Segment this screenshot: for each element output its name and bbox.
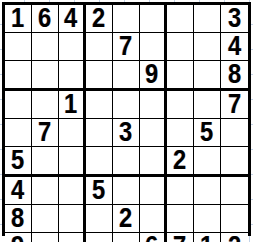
given-digit: 8 <box>11 205 24 232</box>
cell-r8c3[interactable] <box>59 205 86 233</box>
cell-r9c5[interactable] <box>113 233 140 242</box>
cell-r7c8[interactable] <box>194 177 221 205</box>
cell-r4c2[interactable] <box>32 91 59 119</box>
given-digit: 5 <box>200 119 213 146</box>
cell-r7c4[interactable]: 5 <box>86 177 113 205</box>
cell-r1c9[interactable]: 3 <box>221 5 248 33</box>
cell-r8c1[interactable]: 8 <box>5 205 32 233</box>
cell-r4c9[interactable]: 7 <box>221 91 248 119</box>
given-digit: 2 <box>228 233 241 242</box>
spreadsheet-background: 1642374981773552458296712 <box>0 0 253 242</box>
cell-r3c4[interactable] <box>86 61 113 91</box>
cell-r4c4[interactable] <box>86 91 113 119</box>
cell-r8c8[interactable] <box>194 205 221 233</box>
cell-r1c5[interactable] <box>113 5 140 33</box>
given-digit: 6 <box>38 5 51 32</box>
cell-r9c9[interactable]: 2 <box>221 233 248 242</box>
cell-r4c1[interactable] <box>5 91 32 119</box>
cell-r6c4[interactable] <box>86 147 113 177</box>
cell-r7c2[interactable] <box>32 177 59 205</box>
cell-r7c1[interactable]: 4 <box>5 177 32 205</box>
cell-r8c4[interactable] <box>86 205 113 233</box>
cell-r3c2[interactable] <box>32 61 59 91</box>
cell-r6c2[interactable] <box>32 147 59 177</box>
cell-r1c7[interactable] <box>167 5 194 33</box>
given-digit: 4 <box>228 33 241 60</box>
cell-r6c8[interactable] <box>194 147 221 177</box>
given-digit: 3 <box>228 5 241 32</box>
cell-r8c5[interactable]: 2 <box>113 205 140 233</box>
cell-r5c5[interactable]: 3 <box>113 119 140 147</box>
cell-r1c4[interactable]: 2 <box>86 5 113 33</box>
given-digit: 4 <box>11 177 24 204</box>
cell-r6c5[interactable] <box>113 147 140 177</box>
cell-r7c3[interactable] <box>59 177 86 205</box>
cell-r3c1[interactable] <box>5 61 32 91</box>
cell-r8c9[interactable] <box>221 205 248 233</box>
cell-r3c7[interactable] <box>167 61 194 91</box>
cell-r9c3[interactable] <box>59 233 86 242</box>
cell-r1c6[interactable] <box>140 5 167 33</box>
given-digit: 5 <box>92 177 105 204</box>
cell-r2c4[interactable] <box>86 33 113 61</box>
given-digit: 5 <box>11 147 24 174</box>
given-digit: 6 <box>145 233 158 242</box>
cell-r6c3[interactable] <box>59 147 86 177</box>
cell-r6c6[interactable] <box>140 147 167 177</box>
cell-r6c9[interactable] <box>221 147 248 177</box>
cell-r9c2[interactable] <box>32 233 59 242</box>
cell-r9c6[interactable]: 6 <box>140 233 167 242</box>
given-digit: 7 <box>173 233 186 242</box>
cell-r3c3[interactable] <box>59 61 86 91</box>
cell-r5c9[interactable] <box>221 119 248 147</box>
cell-r6c7[interactable]: 2 <box>167 147 194 177</box>
given-digit: 9 <box>145 61 158 88</box>
cell-r2c7[interactable] <box>167 33 194 61</box>
cell-r1c1[interactable]: 1 <box>5 5 32 33</box>
cell-r4c3[interactable]: 1 <box>59 91 86 119</box>
cell-r2c3[interactable] <box>59 33 86 61</box>
cell-r8c6[interactable] <box>140 205 167 233</box>
cell-r2c8[interactable] <box>194 33 221 61</box>
cell-r3c9[interactable]: 8 <box>221 61 248 91</box>
cell-r4c8[interactable] <box>194 91 221 119</box>
cell-r5c1[interactable] <box>5 119 32 147</box>
cell-r1c3[interactable]: 4 <box>59 5 86 33</box>
given-digit: 9 <box>11 233 24 242</box>
cell-r3c5[interactable] <box>113 61 140 91</box>
given-digit: 2 <box>173 147 186 174</box>
cell-r5c3[interactable] <box>59 119 86 147</box>
cell-r7c6[interactable] <box>140 177 167 205</box>
cell-r1c8[interactable] <box>194 5 221 33</box>
cell-r3c8[interactable] <box>194 61 221 91</box>
cell-r7c7[interactable] <box>167 177 194 205</box>
cell-r2c6[interactable] <box>140 33 167 61</box>
cell-r9c1[interactable]: 9 <box>5 233 32 242</box>
cell-r5c8[interactable]: 5 <box>194 119 221 147</box>
cell-r2c1[interactable] <box>5 33 32 61</box>
cell-r5c7[interactable] <box>167 119 194 147</box>
given-digit: 1 <box>64 91 77 118</box>
given-digit: 7 <box>38 119 51 146</box>
cell-r9c8[interactable]: 1 <box>194 233 221 242</box>
cell-r7c9[interactable] <box>221 177 248 205</box>
cell-r6c1[interactable]: 5 <box>5 147 32 177</box>
cell-r5c4[interactable] <box>86 119 113 147</box>
given-digit: 3 <box>119 119 132 146</box>
given-digit: 4 <box>64 5 77 32</box>
given-digit: 8 <box>228 61 241 88</box>
cell-r2c9[interactable]: 4 <box>221 33 248 61</box>
cell-r7c5[interactable] <box>113 177 140 205</box>
cell-r4c6[interactable] <box>140 91 167 119</box>
cell-r5c2[interactable]: 7 <box>32 119 59 147</box>
cell-r1c2[interactable]: 6 <box>32 5 59 33</box>
cell-r2c5[interactable]: 7 <box>113 33 140 61</box>
cell-r8c7[interactable] <box>167 205 194 233</box>
given-digit: 7 <box>119 33 132 60</box>
cell-r4c5[interactable] <box>113 91 140 119</box>
sudoku-board: 1642374981773552458296712 <box>2 2 251 236</box>
cell-r9c4[interactable] <box>86 233 113 242</box>
cell-r4c7[interactable] <box>167 91 194 119</box>
cell-r2c2[interactable] <box>32 33 59 61</box>
cell-r5c6[interactable] <box>140 119 167 147</box>
cell-r3c6[interactable]: 9 <box>140 61 167 91</box>
given-digit: 2 <box>119 205 132 232</box>
given-digit: 1 <box>11 5 24 32</box>
cell-r8c2[interactable] <box>32 205 59 233</box>
given-digit: 7 <box>228 91 241 118</box>
given-digit: 2 <box>92 5 105 32</box>
given-digit: 1 <box>200 233 213 242</box>
cell-r9c7[interactable]: 7 <box>167 233 194 242</box>
